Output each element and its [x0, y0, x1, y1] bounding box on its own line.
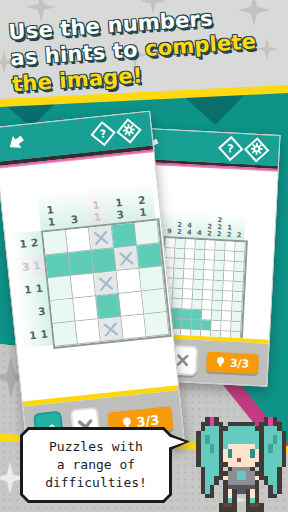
settings-button[interactable] [116, 118, 141, 143]
grid-cell[interactable] [192, 300, 203, 311]
grid-cell[interactable] [212, 301, 223, 312]
gear-diamond-icon [122, 123, 135, 138]
row-hint: 31 [14, 254, 46, 280]
grid-cell[interactable]: × [94, 271, 119, 296]
grid-cell[interactable] [165, 248, 176, 259]
grid-cell[interactable]: × [99, 317, 124, 342]
speech-bubble: Puzzles witha range ofdifficulties! [20, 427, 172, 503]
grid-cell[interactable] [172, 299, 183, 310]
grid-cell[interactable] [193, 280, 204, 291]
grid-cell[interactable] [53, 322, 78, 347]
grid-cell[interactable] [235, 242, 246, 253]
grid-cell[interactable] [73, 296, 98, 321]
grid-cell[interactable] [203, 280, 214, 291]
grid-cell[interactable] [203, 290, 214, 301]
card-body: 113111321123111311×××× [0, 153, 178, 402]
grid-cells: ×××× [41, 218, 172, 349]
speech-bubble-line: a range of [57, 456, 135, 474]
grid-cell[interactable] [225, 241, 236, 252]
grid-cell[interactable] [184, 269, 195, 280]
grid-cell[interactable] [195, 250, 206, 261]
grid-cell[interactable] [202, 300, 213, 311]
speech-bubble-line: Puzzles with [49, 438, 143, 456]
grid-cell[interactable] [195, 240, 206, 251]
help-button[interactable]: ? [218, 136, 243, 161]
grid-cell[interactable] [233, 282, 244, 293]
grid-cell[interactable] [214, 271, 225, 282]
row-hint: 3 [18, 299, 50, 325]
grid-cell[interactable] [68, 251, 93, 276]
grid-cell[interactable] [173, 289, 184, 300]
grid-cell[interactable] [223, 291, 234, 302]
grid-cell[interactable]: × [114, 246, 139, 271]
grid-cell[interactable] [43, 230, 68, 255]
grid-cell[interactable] [223, 281, 234, 292]
settings-button[interactable] [244, 137, 269, 162]
grid-cell[interactable] [46, 253, 71, 278]
x-icon [175, 353, 190, 368]
grid-cell[interactable] [224, 271, 235, 282]
grid-cell[interactable] [183, 289, 194, 300]
grid-cell[interactable] [173, 279, 184, 290]
grid-cell[interactable] [182, 309, 193, 320]
grid-cell[interactable] [213, 281, 224, 292]
grid-cell[interactable] [184, 259, 195, 270]
speech-bubble-line: difficulties! [45, 474, 147, 492]
help-button[interactable]: ? [90, 121, 115, 146]
grid-cell[interactable] [205, 250, 216, 261]
grid-cell[interactable] [232, 312, 243, 323]
grid-cell[interactable] [222, 311, 233, 322]
hint-count: 3/3 [229, 356, 249, 370]
grid-cell[interactable] [215, 251, 226, 262]
chevron-decoration [182, 93, 247, 127]
grid-cell[interactable] [174, 259, 185, 270]
grid-cell[interactable] [194, 260, 205, 271]
grid-cell[interactable] [213, 291, 224, 302]
grid-cell[interactable] [181, 319, 192, 330]
grid-cell[interactable] [183, 279, 194, 290]
grid-cell[interactable] [215, 241, 226, 252]
nonogram-board-5x5: 113111321123111311×××× [7, 180, 172, 352]
grid-cell[interactable] [66, 228, 91, 253]
grid-cell[interactable] [135, 220, 160, 245]
row-hint: 11 [16, 276, 48, 302]
grid-cell[interactable] [233, 292, 244, 303]
question-diamond-icon: ? [99, 128, 107, 140]
grid-cell[interactable] [119, 292, 144, 317]
row-hint: 12 [11, 231, 43, 257]
grid-cell[interactable] [201, 320, 212, 331]
grid-cell[interactable] [232, 302, 243, 313]
grid-cell[interactable] [117, 269, 142, 294]
grid-cell[interactable] [48, 276, 73, 301]
pixel-row [196, 507, 286, 512]
grid-cell[interactable] [211, 321, 222, 332]
grid-cell[interactable] [234, 272, 245, 283]
grid-cell[interactable] [235, 252, 246, 263]
grid-cell[interactable] [185, 239, 196, 250]
miku-pixel-character [196, 417, 286, 512]
grid-cell[interactable] [172, 309, 183, 320]
grid-cell[interactable] [225, 251, 236, 262]
grid-cell[interactable] [175, 239, 186, 250]
hint-count: 3/3 [136, 412, 160, 429]
back-button[interactable] [4, 131, 28, 155]
grid-cell[interactable] [137, 243, 162, 268]
grid-cell[interactable] [214, 261, 225, 272]
grid-cell[interactable] [185, 249, 196, 260]
grid-cell[interactable] [194, 270, 205, 281]
grid-cell[interactable] [212, 311, 223, 322]
grid-cell[interactable] [221, 321, 232, 332]
grid-cell[interactable] [144, 312, 169, 337]
grid-cell[interactable] [231, 322, 242, 333]
speech-bubble-text: Puzzles witha range ofdifficulties! [23, 430, 169, 500]
grid-cell[interactable] [175, 249, 186, 260]
grid-cell[interactable] [222, 301, 233, 312]
grid-cell[interactable] [121, 314, 146, 339]
pixel [282, 507, 287, 512]
grid-cell[interactable] [142, 289, 167, 314]
row-hint: 11 [21, 322, 53, 348]
back-arrow-icon [2, 129, 30, 157]
app-screen: Use the numbers as hints to complete the… [0, 0, 288, 512]
grid-cell[interactable] [50, 299, 75, 324]
column-hint: 2 [234, 214, 245, 240]
grid-cell[interactable] [192, 310, 203, 321]
grid-cell[interactable] [193, 290, 204, 301]
grid-cell[interactable] [139, 266, 164, 291]
grid-cell[interactable] [165, 238, 176, 249]
grid-cell[interactable] [76, 319, 101, 344]
grid-cell[interactable]: × [89, 225, 114, 250]
grid-cell[interactable] [204, 270, 215, 281]
column-hint: 21 [128, 181, 155, 221]
grid-cell[interactable] [202, 310, 213, 321]
gear-diamond-icon [250, 143, 263, 158]
lightbulb-icon [216, 356, 227, 369]
grid-cell[interactable] [205, 240, 216, 251]
grid-cell[interactable] [174, 269, 185, 280]
grid-cell[interactable] [71, 273, 96, 298]
grid-cell[interactable] [224, 261, 235, 272]
grid-cell[interactable] [191, 320, 202, 331]
grid-cell[interactable] [182, 299, 193, 310]
grid-cell[interactable] [204, 260, 215, 271]
question-diamond-icon: ? [227, 143, 234, 154]
grid-cell[interactable] [234, 262, 245, 273]
headline: Use the numbers as hints to complete the… [8, 1, 285, 98]
hint-count-badge[interactable]: 3/3 [206, 352, 259, 375]
board-row: 123111311×××× [11, 218, 172, 352]
